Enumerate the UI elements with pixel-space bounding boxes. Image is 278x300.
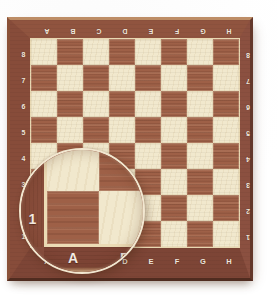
square-b7[interactable]	[57, 65, 83, 91]
file-bottom-g: G	[190, 256, 216, 268]
square-d8[interactable]	[109, 39, 135, 65]
file-top-b: B	[60, 25, 86, 37]
square-g4[interactable]	[187, 143, 213, 169]
square-e5[interactable]	[135, 117, 161, 143]
file-top-f: F	[164, 25, 190, 37]
rank-left-7: 7	[13, 68, 34, 94]
square-g8[interactable]	[187, 39, 213, 65]
rank-right-5: 5	[241, 120, 255, 146]
square-h1[interactable]	[213, 221, 239, 247]
square-b5[interactable]	[57, 117, 83, 143]
rank-right-1: 1	[241, 224, 255, 250]
square-d6[interactable]	[109, 91, 135, 117]
magnifier-square-b1	[99, 191, 145, 244]
rank-left-4: 4	[13, 146, 34, 172]
file-bottom-h: H	[216, 256, 242, 268]
square-g3[interactable]	[187, 169, 213, 195]
square-e4[interactable]	[135, 143, 161, 169]
square-h4[interactable]	[213, 143, 239, 169]
square-h8[interactable]	[213, 39, 239, 65]
rank-right-8: 8	[241, 42, 255, 68]
rank-right-4: 4	[241, 146, 255, 172]
square-b6[interactable]	[57, 91, 83, 117]
square-d7[interactable]	[109, 65, 135, 91]
square-f6[interactable]	[161, 91, 187, 117]
magnifier-maple-trim-horizontal	[44, 244, 143, 247]
magnifier-content: 2 1 A B	[21, 150, 143, 272]
magnifier-rank-label-1: 1	[21, 211, 44, 227]
square-h6[interactable]	[213, 91, 239, 117]
file-top-a: A	[34, 25, 60, 37]
square-a5[interactable]	[31, 117, 57, 143]
square-f4[interactable]	[161, 143, 187, 169]
square-d5[interactable]	[109, 117, 135, 143]
square-c8[interactable]	[83, 39, 109, 65]
square-f1[interactable]	[161, 221, 187, 247]
square-f7[interactable]	[161, 65, 187, 91]
square-c5[interactable]	[83, 117, 109, 143]
magnifier-square-a2	[47, 148, 99, 191]
rank-right-3: 3	[241, 172, 255, 198]
square-e8[interactable]	[135, 39, 161, 65]
square-a8[interactable]	[31, 39, 57, 65]
rank-right-6: 6	[241, 94, 255, 120]
square-c6[interactable]	[83, 91, 109, 117]
square-e7[interactable]	[135, 65, 161, 91]
rank-right-2: 2	[241, 198, 255, 224]
magnifier-inset: 2 1 A B	[19, 148, 145, 274]
file-top-g: G	[190, 25, 216, 37]
square-h5[interactable]	[213, 117, 239, 143]
rank-left-8: 8	[13, 42, 34, 68]
square-g5[interactable]	[187, 117, 213, 143]
magnifier-file-label-a: A	[47, 250, 99, 266]
rank-right-7: 7	[241, 68, 255, 94]
square-c7[interactable]	[83, 65, 109, 91]
file-top-e: E	[138, 25, 164, 37]
product-photo: ABCDEFGH ABCDEFGH 87654321 87654321 2 1 …	[0, 0, 278, 300]
square-a7[interactable]	[31, 65, 57, 91]
square-g1[interactable]	[187, 221, 213, 247]
square-h7[interactable]	[213, 65, 239, 91]
rank-left-5: 5	[13, 120, 34, 146]
file-top-d: D	[112, 25, 138, 37]
file-bottom-e: E	[138, 256, 164, 268]
square-f3[interactable]	[161, 169, 187, 195]
file-top-c: C	[86, 25, 112, 37]
rank-left-6: 6	[13, 94, 34, 120]
square-f8[interactable]	[161, 39, 187, 65]
square-g6[interactable]	[187, 91, 213, 117]
square-g7[interactable]	[187, 65, 213, 91]
square-a6[interactable]	[31, 91, 57, 117]
square-f2[interactable]	[161, 195, 187, 221]
square-h3[interactable]	[213, 169, 239, 195]
square-g2[interactable]	[187, 195, 213, 221]
square-e6[interactable]	[135, 91, 161, 117]
file-bottom-f: F	[164, 256, 190, 268]
square-h2[interactable]	[213, 195, 239, 221]
magnifier-square-a1	[47, 191, 99, 244]
file-top-h: H	[216, 25, 242, 37]
square-b8[interactable]	[57, 39, 83, 65]
square-f5[interactable]	[161, 117, 187, 143]
